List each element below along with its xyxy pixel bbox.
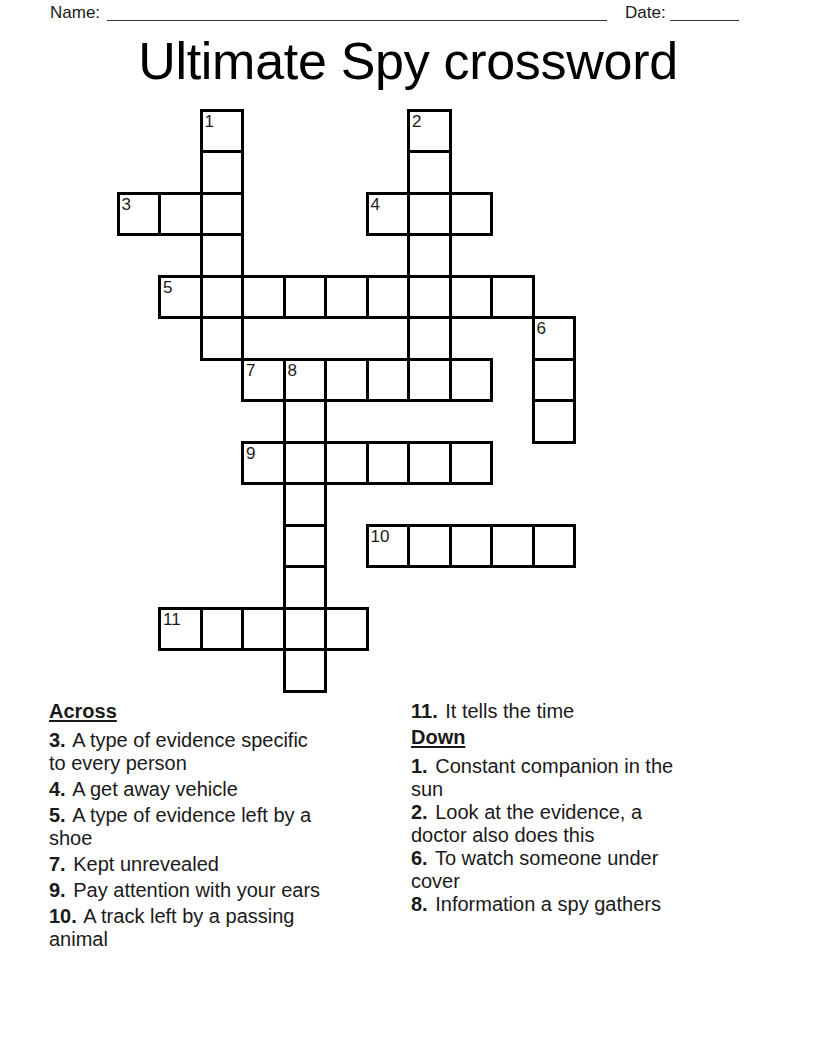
across-clue-list: 3. A type of evidence specific to every … xyxy=(49,729,327,951)
grid-cell-r8c3[interactable]: 9 xyxy=(241,441,286,486)
page-title: Ultimate Spy crossword xyxy=(0,33,816,90)
grid-cell-r10c4[interactable] xyxy=(283,524,328,569)
grid-cell-r4c9[interactable] xyxy=(490,275,535,320)
grid-cell-r2c1[interactable] xyxy=(158,192,203,237)
grid-cell-r2c6[interactable]: 4 xyxy=(366,192,411,237)
grid-number-4: 4 xyxy=(369,195,408,213)
grid-cell-r5c2[interactable] xyxy=(200,316,245,361)
clue-1-down: 1. Constant companion in the sun xyxy=(411,755,689,801)
clue-11-across: 11. It tells the time xyxy=(411,700,689,723)
grid-cell-r10c8[interactable] xyxy=(449,524,494,569)
grid-cell-r0c2[interactable]: 1 xyxy=(200,109,245,154)
clue-8-down: 8. Information a spy gathers xyxy=(411,893,689,916)
clue-number-label: 6. xyxy=(411,847,428,869)
clue-4-across: 4. A get away vehicle xyxy=(49,778,327,801)
grid-cell-r6c10[interactable] xyxy=(532,358,577,403)
grid-cell-r4c8[interactable] xyxy=(449,275,494,320)
grid-number-7: 7 xyxy=(244,361,283,379)
grid-cell-r6c7[interactable] xyxy=(407,358,452,403)
grid-cell-r4c4[interactable] xyxy=(283,275,328,320)
grid-cell-r10c7[interactable] xyxy=(407,524,452,569)
grid-cell-r8c6[interactable] xyxy=(366,441,411,486)
clue-9-across: 9. Pay attention with your ears xyxy=(49,879,327,902)
grid-number-8: 8 xyxy=(286,361,325,379)
grid-number-2: 2 xyxy=(410,112,449,130)
grid-number-6: 6 xyxy=(535,319,574,337)
clues-left-column: Across 3. A type of evidence specific to… xyxy=(49,700,327,954)
grid-number-11: 11 xyxy=(161,610,200,628)
grid-cell-r12c3[interactable] xyxy=(241,607,286,652)
grid-cell-r9c4[interactable] xyxy=(283,482,328,527)
grid-cell-r4c2[interactable] xyxy=(200,275,245,320)
grid-cell-r8c5[interactable] xyxy=(324,441,369,486)
grid-cell-r8c7[interactable] xyxy=(407,441,452,486)
across-clue-overflow: 11. It tells the time xyxy=(411,700,689,723)
clue-10-across: 10. A track left by a passing animal xyxy=(49,905,327,951)
clue-7-across: 7. Kept unrevealed xyxy=(49,853,327,876)
down-heading: Down xyxy=(411,726,689,749)
grid-cell-r12c5[interactable] xyxy=(324,607,369,652)
clues-right-column: 11. It tells the time Down 1. Constant c… xyxy=(411,700,689,916)
grid-cell-r2c8[interactable] xyxy=(449,192,494,237)
grid-cell-r5c7[interactable] xyxy=(407,316,452,361)
grid-cell-r4c6[interactable] xyxy=(366,275,411,320)
across-heading: Across xyxy=(49,700,327,723)
date-fill-line[interactable] xyxy=(670,20,739,21)
grid-cell-r4c7[interactable] xyxy=(407,275,452,320)
grid-cell-r6c6[interactable] xyxy=(366,358,411,403)
grid-cell-r12c2[interactable] xyxy=(200,607,245,652)
grid-cell-r6c8[interactable] xyxy=(449,358,494,403)
down-clue-list: 1. Constant companion in the sun2. Look … xyxy=(411,755,689,916)
crossword-grid: 1234567891011 xyxy=(118,110,576,692)
grid-cell-r13c4[interactable] xyxy=(283,648,328,693)
clue-number-label: 5. xyxy=(49,804,66,826)
grid-cell-r8c8[interactable] xyxy=(449,441,494,486)
grid-cell-r12c4[interactable] xyxy=(283,607,328,652)
grid-cell-r2c0[interactable]: 3 xyxy=(117,192,162,237)
name-fill-line[interactable] xyxy=(107,20,607,21)
grid-cell-r4c5[interactable] xyxy=(324,275,369,320)
grid-cell-r10c9[interactable] xyxy=(490,524,535,569)
grid-number-5: 5 xyxy=(161,278,200,296)
grid-cell-r10c10[interactable] xyxy=(532,524,577,569)
clue-3-across: 3. A type of evidence specific to every … xyxy=(49,729,327,775)
grid-number-9: 9 xyxy=(244,444,283,462)
grid-cell-r6c4[interactable]: 8 xyxy=(283,358,328,403)
grid-cell-r7c10[interactable] xyxy=(532,399,577,444)
clue-number-label: 4. xyxy=(49,778,66,800)
grid-cell-r3c2[interactable] xyxy=(200,233,245,278)
name-label: Name: xyxy=(50,3,100,23)
clue-number-label: 3. xyxy=(49,729,66,751)
clue-number-label: 2. xyxy=(411,801,428,823)
clue-number-label: 8. xyxy=(411,893,428,915)
grid-cell-r4c1[interactable]: 5 xyxy=(158,275,203,320)
clue-number-label: 1. xyxy=(411,755,428,777)
clue-number-label: 7. xyxy=(49,853,66,875)
grid-cell-r3c7[interactable] xyxy=(407,233,452,278)
clue-2-down: 2. Look at the evidence, a doctor also d… xyxy=(411,801,689,847)
clue-number-label: 11. xyxy=(411,700,438,722)
grid-number-3: 3 xyxy=(120,195,159,213)
grid-cell-r10c6[interactable]: 10 xyxy=(366,524,411,569)
grid-cell-r1c2[interactable] xyxy=(200,150,245,195)
clue-5-across: 5. A type of evidence left by a shoe xyxy=(49,804,327,850)
grid-cell-r6c5[interactable] xyxy=(324,358,369,403)
clue-number-label: 10. xyxy=(49,905,77,927)
grid-number-1: 1 xyxy=(203,112,242,130)
clue-6-down: 6. To watch someone under cover xyxy=(411,847,689,893)
grid-cell-r11c4[interactable] xyxy=(283,565,328,610)
grid-cell-r2c2[interactable] xyxy=(200,192,245,237)
grid-cell-r8c4[interactable] xyxy=(283,441,328,486)
clue-number-label: 9. xyxy=(49,879,66,901)
grid-number-10: 10 xyxy=(369,527,408,545)
grid-cell-r2c7[interactable] xyxy=(407,192,452,237)
grid-cell-r7c4[interactable] xyxy=(283,399,328,444)
grid-cell-r1c7[interactable] xyxy=(407,150,452,195)
grid-cell-r4c3[interactable] xyxy=(241,275,286,320)
grid-cell-r5c10[interactable]: 6 xyxy=(532,316,577,361)
grid-cell-r12c1[interactable]: 11 xyxy=(158,607,203,652)
date-label: Date: xyxy=(625,3,666,23)
grid-cell-r0c7[interactable]: 2 xyxy=(407,109,452,154)
grid-cell-r6c3[interactable]: 7 xyxy=(241,358,286,403)
